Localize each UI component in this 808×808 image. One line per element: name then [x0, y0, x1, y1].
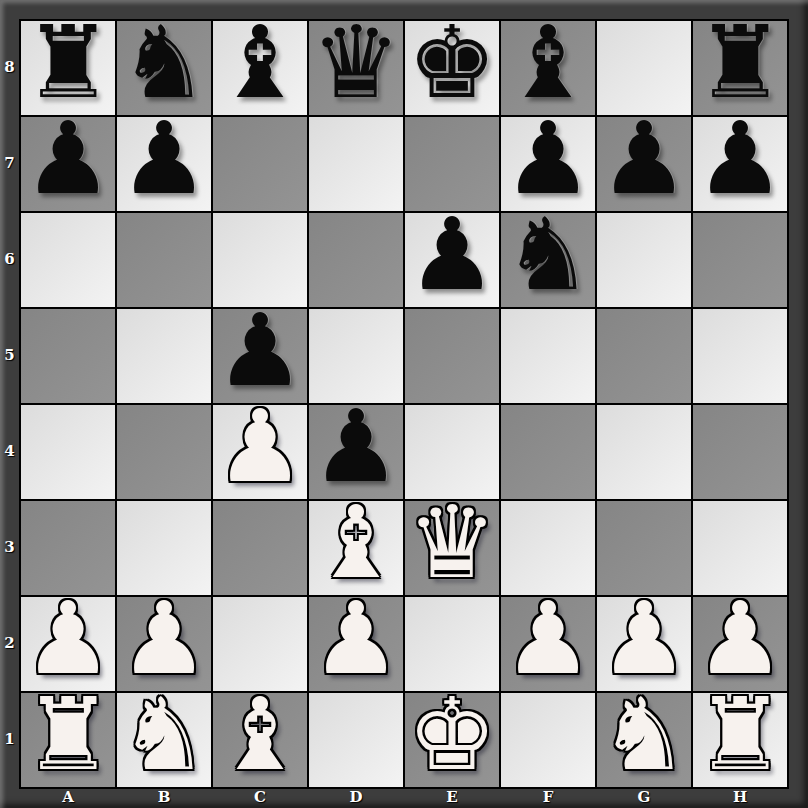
square-f4[interactable]: [500, 404, 596, 500]
black-rook-icon: ♜: [695, 13, 785, 113]
square-h5[interactable]: [692, 308, 788, 404]
black-pawn-icon: ♟: [599, 109, 689, 209]
square-d5[interactable]: [308, 308, 404, 404]
file-label-h: H: [692, 789, 788, 808]
square-b7[interactable]: ♟: [116, 116, 212, 212]
white-pawn-icon: ♟: [23, 589, 113, 689]
rank-label-3: 3: [0, 499, 19, 595]
black-bishop-icon: ♝: [503, 13, 593, 113]
file-label-g: G: [596, 789, 692, 808]
square-e8[interactable]: ♚: [404, 20, 500, 116]
square-d4[interactable]: ♟: [308, 404, 404, 500]
square-e4[interactable]: [404, 404, 500, 500]
square-d8[interactable]: ♛: [308, 20, 404, 116]
black-rook-icon: ♜: [23, 13, 113, 113]
white-rook-icon: ♜: [695, 685, 785, 785]
white-knight-icon: ♞: [599, 685, 689, 785]
square-d3[interactable]: ♝: [308, 500, 404, 596]
square-g7[interactable]: ♟: [596, 116, 692, 212]
rank-label-1: 1: [0, 691, 19, 787]
black-knight-icon: ♞: [119, 13, 209, 113]
square-b1[interactable]: ♞: [116, 692, 212, 788]
square-h1[interactable]: ♜: [692, 692, 788, 788]
rank-label-5: 5: [0, 307, 19, 403]
square-e6[interactable]: ♟: [404, 212, 500, 308]
square-f6[interactable]: ♞: [500, 212, 596, 308]
square-b2[interactable]: ♟: [116, 596, 212, 692]
square-g4[interactable]: [596, 404, 692, 500]
file-label-b: B: [116, 789, 212, 808]
board: ♜♞♝♛♚♝♜♟♟♟♟♟♟♞♟♟♟♝♛♟♟♟♟♟♟♜♞♝♚♞♜: [19, 19, 789, 789]
file-label-f: F: [500, 789, 596, 808]
square-b4[interactable]: [116, 404, 212, 500]
square-e3[interactable]: ♛: [404, 500, 500, 596]
rank-label-4: 4: [0, 403, 19, 499]
square-d6[interactable]: [308, 212, 404, 308]
black-bishop-icon: ♝: [215, 13, 305, 113]
square-g1[interactable]: ♞: [596, 692, 692, 788]
black-king-icon: ♚: [407, 13, 497, 113]
square-e5[interactable]: [404, 308, 500, 404]
black-pawn-icon: ♟: [23, 109, 113, 209]
black-pawn-icon: ♟: [695, 109, 785, 209]
square-f7[interactable]: ♟: [500, 116, 596, 212]
rank-label-8: 8: [0, 19, 19, 115]
square-e1[interactable]: ♚: [404, 692, 500, 788]
square-c2[interactable]: [212, 596, 308, 692]
square-h6[interactable]: [692, 212, 788, 308]
square-d7[interactable]: [308, 116, 404, 212]
square-a5[interactable]: [20, 308, 116, 404]
black-pawn-icon: ♟: [503, 109, 593, 209]
square-g6[interactable]: [596, 212, 692, 308]
white-pawn-icon: ♟: [215, 397, 305, 497]
square-b8[interactable]: ♞: [116, 20, 212, 116]
white-pawn-icon: ♟: [695, 589, 785, 689]
square-c8[interactable]: ♝: [212, 20, 308, 116]
white-pawn-icon: ♟: [119, 589, 209, 689]
white-pawn-icon: ♟: [503, 589, 593, 689]
rank-label-7: 7: [0, 115, 19, 211]
rank-label-6: 6: [0, 211, 19, 307]
white-bishop-icon: ♝: [311, 493, 401, 593]
white-pawn-icon: ♟: [311, 589, 401, 689]
white-king-icon: ♚: [407, 685, 497, 785]
square-a7[interactable]: ♟: [20, 116, 116, 212]
square-g5[interactable]: [596, 308, 692, 404]
square-a2[interactable]: ♟: [20, 596, 116, 692]
square-c5[interactable]: ♟: [212, 308, 308, 404]
square-d2[interactable]: ♟: [308, 596, 404, 692]
square-g3[interactable]: [596, 500, 692, 596]
square-a4[interactable]: [20, 404, 116, 500]
file-label-d: D: [308, 789, 404, 808]
file-label-e: E: [404, 789, 500, 808]
square-h4[interactable]: [692, 404, 788, 500]
square-a8[interactable]: ♜: [20, 20, 116, 116]
board-frame: ♜♞♝♛♚♝♜♟♟♟♟♟♟♞♟♟♟♝♛♟♟♟♟♟♟♜♞♝♚♞♜ 87654321…: [0, 0, 808, 808]
white-knight-icon: ♞: [119, 685, 209, 785]
white-rook-icon: ♜: [23, 685, 113, 785]
square-c6[interactable]: [212, 212, 308, 308]
black-pawn-icon: ♟: [119, 109, 209, 209]
white-queen-icon: ♛: [407, 493, 497, 593]
square-c3[interactable]: [212, 500, 308, 596]
square-f2[interactable]: ♟: [500, 596, 596, 692]
file-label-c: C: [212, 789, 308, 808]
file-label-a: A: [20, 789, 116, 808]
square-h2[interactable]: ♟: [692, 596, 788, 692]
square-c7[interactable]: [212, 116, 308, 212]
square-f3[interactable]: [500, 500, 596, 596]
square-g8[interactable]: [596, 20, 692, 116]
square-b3[interactable]: [116, 500, 212, 596]
white-pawn-icon: ♟: [599, 589, 689, 689]
square-b6[interactable]: [116, 212, 212, 308]
square-h8[interactable]: ♜: [692, 20, 788, 116]
square-f8[interactable]: ♝: [500, 20, 596, 116]
square-e2[interactable]: [404, 596, 500, 692]
square-h3[interactable]: [692, 500, 788, 596]
square-a6[interactable]: [20, 212, 116, 308]
square-c4[interactable]: ♟: [212, 404, 308, 500]
black-pawn-icon: ♟: [215, 301, 305, 401]
square-h7[interactable]: ♟: [692, 116, 788, 212]
rank-label-2: 2: [0, 595, 19, 691]
black-pawn-icon: ♟: [407, 205, 497, 305]
square-b5[interactable]: [116, 308, 212, 404]
square-a1[interactable]: ♜: [20, 692, 116, 788]
square-d1[interactable]: [308, 692, 404, 788]
square-g2[interactable]: ♟: [596, 596, 692, 692]
square-a3[interactable]: [20, 500, 116, 596]
black-pawn-icon: ♟: [311, 397, 401, 497]
square-f5[interactable]: [500, 308, 596, 404]
black-knight-icon: ♞: [503, 205, 593, 305]
square-c1[interactable]: ♝: [212, 692, 308, 788]
black-queen-icon: ♛: [311, 13, 401, 113]
square-e7[interactable]: [404, 116, 500, 212]
white-bishop-icon: ♝: [215, 685, 305, 785]
square-f1[interactable]: [500, 692, 596, 788]
